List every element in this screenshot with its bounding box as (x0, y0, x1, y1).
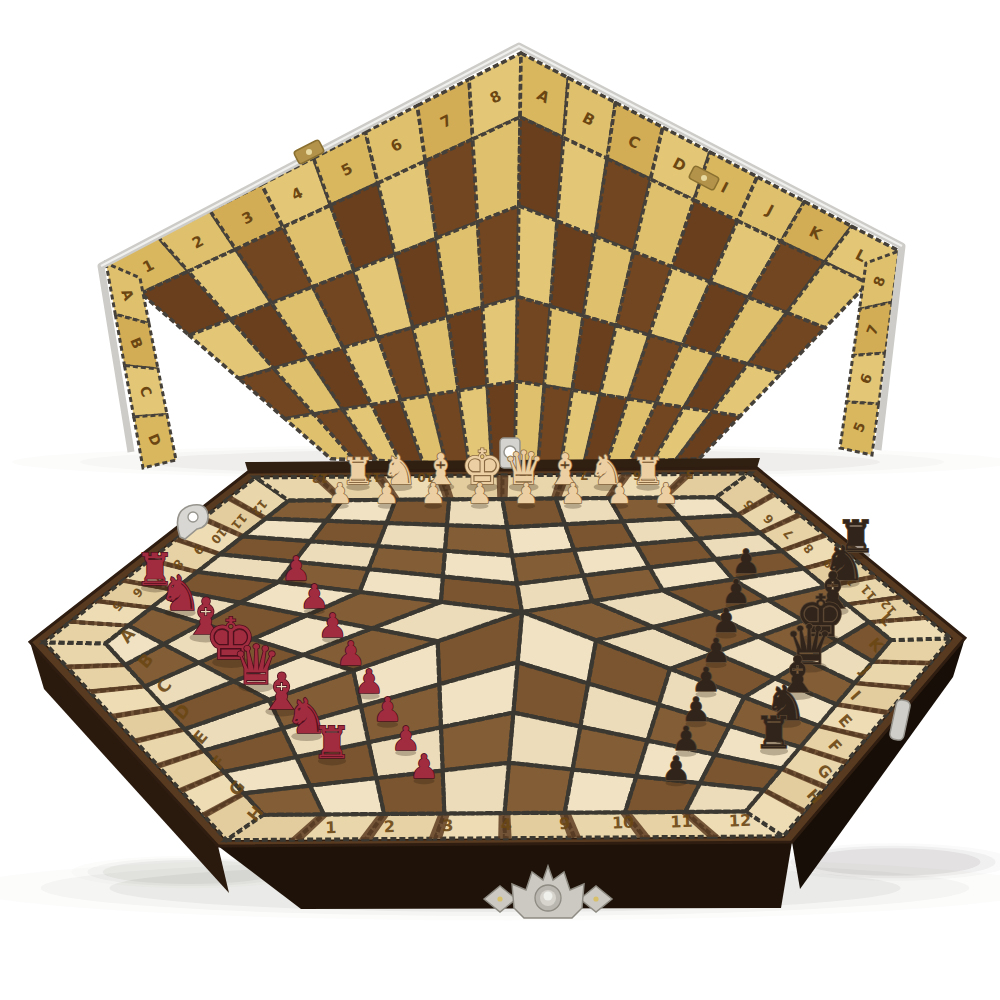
product-photo-scene: 12345678ABCDIJKLABCD8765ABCDEFGH12349101… (0, 0, 1000, 1000)
black-pawn[interactable]: ♟ (661, 749, 691, 788)
board-coordinate-label: 1 (325, 818, 337, 837)
hinge-pin-icon (306, 149, 312, 155)
lid-cell (483, 297, 518, 386)
white-pawn[interactable]: ♟ (560, 477, 585, 510)
clasp-screw-icon (593, 896, 598, 901)
hook-latch-eye-icon (188, 512, 198, 522)
piece-glyph: ♟ (560, 477, 585, 510)
clasp-knob-icon (544, 892, 553, 901)
piece-glyph: ♟ (661, 749, 691, 788)
board-cell[interactable] (378, 523, 447, 551)
clasp-screw-icon (497, 896, 502, 901)
white-pawn[interactable]: ♟ (421, 477, 446, 510)
board-cell[interactable] (507, 524, 574, 555)
board-coordinate-label: 12 (729, 811, 752, 831)
lid-cell (518, 206, 558, 306)
piece-glyph: ♟ (409, 747, 439, 786)
hinge-pin-icon (701, 175, 707, 181)
board-coordinate-label: 10 (612, 813, 635, 833)
piece-glyph: ♜ (312, 717, 351, 768)
piece-glyph: ♟ (654, 477, 679, 510)
board-coordinate-label: 12 (312, 471, 329, 485)
board-coordinate-label: 5 (686, 467, 694, 481)
board-cell[interactable] (445, 525, 512, 556)
black-rook[interactable]: ♜ (754, 707, 793, 758)
board-coordinate-label: 9 (559, 814, 571, 833)
piece-glyph: ♜ (754, 707, 793, 758)
piece-glyph: ♟ (374, 477, 399, 510)
lid-cell (478, 206, 519, 307)
three-player-chess-scene: 12345678ABCDIJKLABCD8765ABCDEFGH12349101… (0, 0, 1000, 1000)
white-pawn[interactable]: ♟ (654, 477, 679, 510)
lid-board (106, 53, 899, 466)
board-coordinate-label: 3 (442, 816, 454, 835)
piece-glyph: ♟ (421, 477, 446, 510)
white-pawn[interactable]: ♟ (514, 477, 539, 510)
piece-glyph: ♟ (514, 477, 539, 510)
board-cell[interactable] (443, 763, 509, 814)
white-pawn[interactable]: ♟ (374, 477, 399, 510)
white-pawn[interactable]: ♟ (467, 477, 492, 510)
piece-glyph: ♟ (607, 477, 632, 510)
board-coordinate-label: 11 (670, 812, 693, 832)
white-pawn[interactable]: ♟ (607, 477, 632, 510)
piece-glyph: ♟ (328, 477, 353, 510)
board-coordinate-label: 4 (500, 815, 512, 834)
white-pawn[interactable]: ♟ (328, 477, 353, 510)
board-cell[interactable] (505, 763, 573, 813)
piece-glyph: ♟ (467, 477, 492, 510)
board-coordinate-label: 2 (384, 817, 396, 836)
red-pawn[interactable]: ♟ (409, 747, 439, 786)
red-rook[interactable]: ♜ (312, 717, 351, 768)
